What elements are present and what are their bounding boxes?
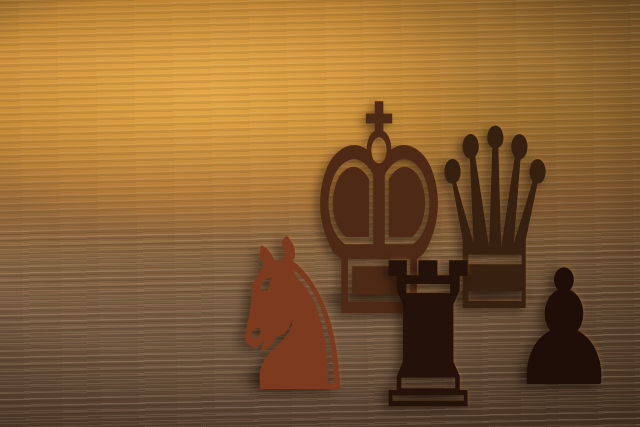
knight-piece: ♞ <box>217 212 368 422</box>
chess-pieces-photo: ♚ ♛ ♞ ♜ ♟ <box>0 0 640 427</box>
rook-piece: ♜ <box>365 237 491 427</box>
pawn-piece: ♟ <box>508 249 620 409</box>
